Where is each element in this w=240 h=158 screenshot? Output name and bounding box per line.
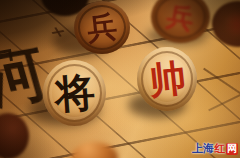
watermark-site-name: 上海	[192, 141, 214, 156]
red-soldier-glyph: 兵	[86, 11, 119, 44]
xiangqi-photo: 河 兵 兵 将 帅 上海 红 网	[0, 0, 240, 158]
watermark: 上海 红 网	[192, 141, 238, 156]
watermark-badge: 网	[226, 143, 238, 155]
watermark-word-red: 红	[214, 141, 225, 156]
red-soldier-piece: 兵	[74, 1, 130, 54]
black-general-glyph: 将	[53, 72, 96, 115]
black-general-piece: 将	[43, 60, 106, 126]
red-soldier-2-glyph: 兵	[165, 1, 196, 32]
red-general-glyph: 帅	[147, 59, 188, 100]
red-ink-smudge	[223, 11, 240, 37]
red-general-piece: 帅	[137, 47, 197, 111]
